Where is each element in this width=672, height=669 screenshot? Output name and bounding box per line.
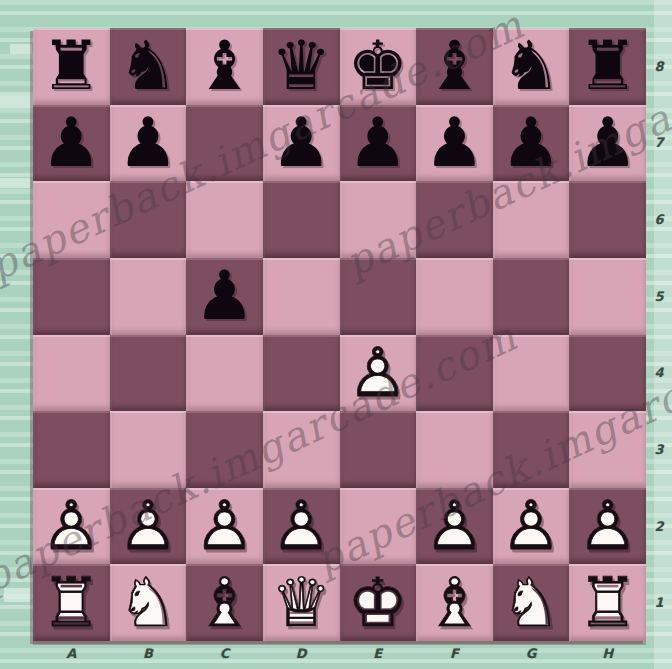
square-d1[interactable]: ♛♕ <box>263 564 340 641</box>
square-d8[interactable]: ♛ <box>263 28 340 105</box>
white-pawn: ♟♙ <box>416 488 493 565</box>
piece-outline: ♗ <box>424 569 485 637</box>
square-c2[interactable]: ♟♙ <box>186 488 263 565</box>
square-f6[interactable] <box>416 181 493 258</box>
piece-outline: ♙ <box>41 492 102 560</box>
black-rook: ♜ <box>569 28 646 105</box>
square-a5[interactable] <box>33 258 110 335</box>
square-f3[interactable] <box>416 411 493 488</box>
square-f4[interactable] <box>416 335 493 412</box>
square-c4[interactable] <box>186 335 263 412</box>
square-b1[interactable]: ♞♘ <box>110 564 187 641</box>
square-d6[interactable] <box>263 181 340 258</box>
piece-outline: ♖ <box>41 569 102 637</box>
square-b2[interactable]: ♟♙ <box>110 488 187 565</box>
chess-board: ♜♞♝♛♚♝♞♜♟♟♟♟♟♟♟♟♟♙♟♙♟♙♟♙♟♙♟♙♟♙♟♙♜♖♞♘♝♗♛♕… <box>33 28 646 641</box>
black-queen: ♛ <box>263 28 340 105</box>
rank-label-8: 8 <box>646 28 672 105</box>
black-knight: ♞ <box>110 28 187 105</box>
black-pawn: ♟ <box>186 258 263 335</box>
square-c5[interactable]: ♟ <box>186 258 263 335</box>
square-e3[interactable] <box>340 411 417 488</box>
square-e2[interactable] <box>340 488 417 565</box>
square-b8[interactable]: ♞ <box>110 28 187 105</box>
piece-outline: ♖ <box>577 569 638 637</box>
square-e1[interactable]: ♚♔ <box>340 564 417 641</box>
paper-texture-streak <box>10 44 32 54</box>
rank-label-5: 5 <box>646 258 672 335</box>
white-pawn: ♟♙ <box>263 488 340 565</box>
file-label-e: E <box>340 642 417 664</box>
square-f1[interactable]: ♝♗ <box>416 564 493 641</box>
square-b6[interactable] <box>110 181 187 258</box>
square-f2[interactable]: ♟♙ <box>416 488 493 565</box>
square-d7[interactable]: ♟ <box>263 105 340 182</box>
square-c8[interactable]: ♝ <box>186 28 263 105</box>
white-bishop: ♝♗ <box>186 564 263 641</box>
black-pawn: ♟ <box>493 105 570 182</box>
square-f5[interactable] <box>416 258 493 335</box>
piece-outline: ♙ <box>347 339 408 407</box>
rank-label-4: 4 <box>646 335 672 412</box>
square-g6[interactable] <box>493 181 570 258</box>
square-e5[interactable] <box>340 258 417 335</box>
square-c3[interactable] <box>186 411 263 488</box>
square-h8[interactable]: ♜ <box>569 28 646 105</box>
white-pawn: ♟♙ <box>110 488 187 565</box>
square-a3[interactable] <box>33 411 110 488</box>
file-label-a: A <box>33 642 110 664</box>
paper-texture-streak <box>0 178 30 188</box>
book-diagram-page: ♜♞♝♛♚♝♞♜♟♟♟♟♟♟♟♟♟♙♟♙♟♙♟♙♟♙♟♙♟♙♟♙♜♖♞♘♝♗♛♕… <box>0 0 672 669</box>
white-king: ♚♔ <box>340 564 417 641</box>
paper-texture-streak <box>4 588 30 602</box>
square-d3[interactable] <box>263 411 340 488</box>
square-g3[interactable] <box>493 411 570 488</box>
black-pawn: ♟ <box>340 105 417 182</box>
white-knight: ♞♘ <box>110 564 187 641</box>
piece-outline: ♘ <box>501 569 562 637</box>
rank-label-7: 7 <box>646 105 672 182</box>
black-pawn: ♟ <box>110 105 187 182</box>
rank-label-6: 6 <box>646 181 672 258</box>
square-a6[interactable] <box>33 181 110 258</box>
file-label-h: H <box>569 642 646 664</box>
white-queen: ♛♕ <box>263 564 340 641</box>
square-g8[interactable]: ♞ <box>493 28 570 105</box>
rank-label-3: 3 <box>646 411 672 488</box>
white-pawn: ♟♙ <box>340 335 417 412</box>
piece-outline: ♙ <box>194 492 255 560</box>
square-b4[interactable] <box>110 335 187 412</box>
square-h6[interactable] <box>569 181 646 258</box>
square-h1[interactable]: ♜♖ <box>569 564 646 641</box>
square-h2[interactable]: ♟♙ <box>569 488 646 565</box>
white-pawn: ♟♙ <box>33 488 110 565</box>
square-e7[interactable]: ♟ <box>340 105 417 182</box>
file-labels: ABCDEFGH <box>33 642 646 664</box>
piece-outline: ♕ <box>271 569 332 637</box>
black-pawn: ♟ <box>263 105 340 182</box>
square-e4[interactable]: ♟♙ <box>340 335 417 412</box>
square-b7[interactable]: ♟ <box>110 105 187 182</box>
piece-outline: ♔ <box>347 569 408 637</box>
piece-outline: ♗ <box>194 569 255 637</box>
white-rook: ♜♖ <box>33 564 110 641</box>
square-a4[interactable] <box>33 335 110 412</box>
square-h4[interactable] <box>569 335 646 412</box>
square-g1[interactable]: ♞♘ <box>493 564 570 641</box>
rank-label-1: 1 <box>646 564 672 641</box>
black-knight: ♞ <box>493 28 570 105</box>
square-b3[interactable] <box>110 411 187 488</box>
white-bishop: ♝♗ <box>416 564 493 641</box>
square-f7[interactable]: ♟ <box>416 105 493 182</box>
square-a1[interactable]: ♜♖ <box>33 564 110 641</box>
black-rook: ♜ <box>33 28 110 105</box>
rank-label-2: 2 <box>646 488 672 565</box>
square-f8[interactable]: ♝ <box>416 28 493 105</box>
square-h5[interactable] <box>569 258 646 335</box>
black-bishop: ♝ <box>186 28 263 105</box>
black-king: ♚ <box>340 28 417 105</box>
piece-outline: ♙ <box>577 492 638 560</box>
rank-labels: 87654321 <box>646 28 672 641</box>
white-rook: ♜♖ <box>569 564 646 641</box>
square-e6[interactable] <box>340 181 417 258</box>
square-c7[interactable] <box>186 105 263 182</box>
square-h3[interactable] <box>569 411 646 488</box>
black-pawn: ♟ <box>416 105 493 182</box>
square-e8[interactable]: ♚ <box>340 28 417 105</box>
file-label-d: D <box>263 642 340 664</box>
file-label-g: G <box>493 642 570 664</box>
piece-outline: ♙ <box>117 492 178 560</box>
paper-texture-streak <box>0 96 34 108</box>
piece-outline: ♘ <box>117 569 178 637</box>
square-c1[interactable]: ♝♗ <box>186 564 263 641</box>
file-label-f: F <box>416 642 493 664</box>
piece-outline: ♙ <box>424 492 485 560</box>
square-c6[interactable] <box>186 181 263 258</box>
white-pawn: ♟♙ <box>569 488 646 565</box>
square-a8[interactable]: ♜ <box>33 28 110 105</box>
white-pawn: ♟♙ <box>493 488 570 565</box>
square-h7[interactable]: ♟ <box>569 105 646 182</box>
piece-outline: ♙ <box>271 492 332 560</box>
square-a7[interactable]: ♟ <box>33 105 110 182</box>
square-d2[interactable]: ♟♙ <box>263 488 340 565</box>
square-g2[interactable]: ♟♙ <box>493 488 570 565</box>
file-label-b: B <box>110 642 187 664</box>
square-d4[interactable] <box>263 335 340 412</box>
square-g4[interactable] <box>493 335 570 412</box>
piece-outline: ♙ <box>501 492 562 560</box>
square-a2[interactable]: ♟♙ <box>33 488 110 565</box>
white-pawn: ♟♙ <box>186 488 263 565</box>
square-g7[interactable]: ♟ <box>493 105 570 182</box>
square-d5[interactable] <box>263 258 340 335</box>
black-pawn: ♟ <box>569 105 646 182</box>
black-pawn: ♟ <box>33 105 110 182</box>
square-g5[interactable] <box>493 258 570 335</box>
white-knight: ♞♘ <box>493 564 570 641</box>
file-label-c: C <box>186 642 263 664</box>
black-bishop: ♝ <box>416 28 493 105</box>
square-b5[interactable] <box>110 258 187 335</box>
